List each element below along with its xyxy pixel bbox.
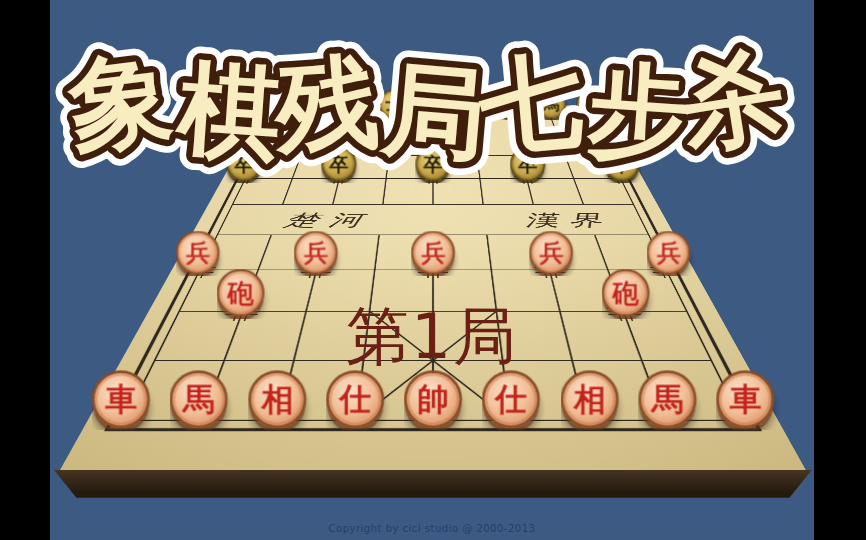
xiangqi-piece-red-兵[interactable]: 兵 [529,231,573,275]
video-frame: 楚河 漢界 車馬象士將士象馬車砲砲卒卒卒卒卒兵兵兵兵兵砲砲車馬相仕帥仕相馬車 第… [50,0,814,540]
piece-glyph: 車 [105,383,137,415]
piece-glyph: 仕 [495,383,527,415]
board-front-edge [54,470,812,498]
piece-glyph: 馬 [651,383,683,415]
piece-glyph: 仕 [339,383,371,415]
copyright-text: Copyright by cici studio @ 2000-2013 [50,523,814,534]
piece-glyph: 帥 [417,383,449,415]
xiangqi-piece-red-兵[interactable]: 兵 [176,231,220,275]
piece-glyph: 兵 [186,241,210,265]
letterbox-left [0,0,50,540]
xiangqi-piece-red-兵[interactable]: 兵 [411,231,455,275]
piece-glyph: 兵 [421,241,445,265]
letterbox-right [814,0,866,540]
piece-glyph: 相 [573,383,605,415]
piece-glyph: 相 [261,383,293,415]
piece-glyph: 兵 [303,241,327,265]
title-banner: 象棋残局七步杀 象棋残局七步杀 象棋残局七步杀 [50,30,814,195]
round-label: 第1局 [50,294,814,380]
piece-glyph: 馬 [183,383,215,415]
xiangqi-piece-red-兵[interactable]: 兵 [647,231,691,275]
xiangqi-piece-red-兵[interactable]: 兵 [293,231,337,275]
page-title: 象棋残局七步杀 [61,33,792,176]
piece-glyph: 車 [729,383,761,415]
piece-glyph: 兵 [539,241,563,265]
piece-glyph: 兵 [656,241,680,265]
